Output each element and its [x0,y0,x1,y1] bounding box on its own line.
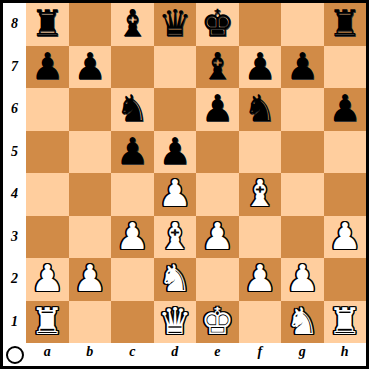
piece-black-pawn: ♟ [201,88,234,130]
square-g6[interactable] [281,88,324,131]
square-f3[interactable] [239,216,282,259]
square-f7[interactable]: ♟ [239,46,282,89]
square-a3[interactable] [26,216,69,259]
piece-black-knight: ♞ [116,88,149,130]
file-label-e: e [196,343,239,366]
square-e4[interactable] [196,173,239,216]
square-e6[interactable]: ♟ [196,88,239,131]
piece-white-bishop: ♝ [243,173,276,215]
square-h6[interactable]: ♟ [324,88,367,131]
square-b8[interactable] [69,3,112,46]
square-e8[interactable]: ♚ [196,3,239,46]
piece-black-knight: ♞ [243,88,276,130]
square-a4[interactable] [26,173,69,216]
square-f5[interactable] [239,131,282,174]
square-b1[interactable] [69,301,112,344]
square-c1[interactable] [111,301,154,344]
square-c6[interactable]: ♞ [111,88,154,131]
square-h8[interactable]: ♜ [324,3,367,46]
piece-white-pawn: ♟ [328,216,361,258]
square-g1[interactable]: ♞ [281,301,324,344]
square-d6[interactable] [154,88,197,131]
file-labels: abcdefgh [26,343,366,366]
piece-white-bishop: ♝ [158,216,191,258]
square-b4[interactable] [69,173,112,216]
rank-label-4: 4 [3,173,26,216]
square-a7[interactable]: ♟ [26,46,69,89]
piece-black-pawn: ♟ [328,88,361,130]
rank-label-5: 5 [3,131,26,174]
square-c3[interactable]: ♟ [111,216,154,259]
piece-black-bishop: ♝ [201,46,234,88]
chess-diagram: 87654321 ♜♝♛♚♜♟♟♝♟♟♞♟♞♟♟♟♟♝♟♝♟♟♟♟♞♟♟♜♛♚♞… [0,0,369,369]
square-b7[interactable]: ♟ [69,46,112,89]
file-label-h: h [324,343,367,366]
square-d4[interactable]: ♟ [154,173,197,216]
square-e2[interactable] [196,258,239,301]
square-d7[interactable] [154,46,197,89]
square-g2[interactable]: ♟ [281,258,324,301]
square-a1[interactable]: ♜ [26,301,69,344]
piece-black-pawn: ♟ [73,46,106,88]
piece-white-pawn: ♟ [116,216,149,258]
rank-label-2: 2 [3,258,26,301]
square-h5[interactable] [324,131,367,174]
piece-black-rook: ♜ [31,3,64,45]
rank-label-6: 6 [3,88,26,131]
rank-label-7: 7 [3,46,26,89]
turn-indicator-cell [3,343,26,366]
white-to-move-indicator [6,346,24,364]
square-d2[interactable]: ♞ [154,258,197,301]
piece-black-pawn: ♟ [243,46,276,88]
square-f2[interactable]: ♟ [239,258,282,301]
file-label-f: f [239,343,282,366]
file-label-a: a [26,343,69,366]
square-c8[interactable]: ♝ [111,3,154,46]
square-d3[interactable]: ♝ [154,216,197,259]
square-c7[interactable] [111,46,154,89]
square-c2[interactable] [111,258,154,301]
square-e1[interactable]: ♚ [196,301,239,344]
square-f6[interactable]: ♞ [239,88,282,131]
piece-black-pawn: ♟ [158,131,191,173]
square-g3[interactable] [281,216,324,259]
piece-black-bishop: ♝ [116,3,149,45]
square-f4[interactable]: ♝ [239,173,282,216]
square-h2[interactable] [324,258,367,301]
square-f1[interactable] [239,301,282,344]
rank-label-3: 3 [3,216,26,259]
piece-white-pawn: ♟ [243,258,276,300]
file-label-d: d [154,343,197,366]
piece-black-pawn: ♟ [31,46,64,88]
square-d5[interactable]: ♟ [154,131,197,174]
square-g4[interactable] [281,173,324,216]
piece-white-pawn: ♟ [31,258,64,300]
square-f8[interactable] [239,3,282,46]
square-h4[interactable] [324,173,367,216]
piece-white-pawn: ♟ [158,173,191,215]
square-a2[interactable]: ♟ [26,258,69,301]
rank-label-8: 8 [3,3,26,46]
square-c4[interactable] [111,173,154,216]
square-g5[interactable] [281,131,324,174]
piece-white-knight: ♞ [286,301,319,343]
piece-white-pawn: ♟ [73,258,106,300]
piece-black-queen: ♛ [158,3,191,45]
rank-label-1: 1 [3,301,26,344]
square-b2[interactable]: ♟ [69,258,112,301]
piece-black-rook: ♜ [328,3,361,45]
square-e5[interactable] [196,131,239,174]
piece-white-pawn: ♟ [201,216,234,258]
square-a8[interactable]: ♜ [26,3,69,46]
chess-board: ♜♝♛♚♜♟♟♝♟♟♞♟♞♟♟♟♟♝♟♝♟♟♟♟♞♟♟♜♛♚♞♜ [26,3,366,343]
file-label-b: b [69,343,112,366]
piece-white-knight: ♞ [158,258,191,300]
piece-black-pawn: ♟ [286,46,319,88]
square-c5[interactable]: ♟ [111,131,154,174]
square-d1[interactable]: ♛ [154,301,197,344]
file-label-g: g [281,343,324,366]
square-e3[interactable]: ♟ [196,216,239,259]
piece-white-rook: ♜ [328,301,361,343]
square-g8[interactable] [281,3,324,46]
piece-white-king: ♚ [201,301,234,343]
square-e7[interactable]: ♝ [196,46,239,89]
piece-black-king: ♚ [201,3,234,45]
square-d8[interactable]: ♛ [154,3,197,46]
square-a6[interactable] [26,88,69,131]
square-a5[interactable] [26,131,69,174]
file-label-c: c [111,343,154,366]
piece-white-queen: ♛ [158,301,191,343]
square-h7[interactable] [324,46,367,89]
square-g7[interactable]: ♟ [281,46,324,89]
square-b6[interactable] [69,88,112,131]
piece-white-pawn: ♟ [286,258,319,300]
square-b3[interactable] [69,216,112,259]
square-h1[interactable]: ♜ [324,301,367,344]
square-h3[interactable]: ♟ [324,216,367,259]
rank-labels: 87654321 [3,3,26,343]
square-b5[interactable] [69,131,112,174]
piece-white-rook: ♜ [31,301,64,343]
piece-black-pawn: ♟ [116,131,149,173]
